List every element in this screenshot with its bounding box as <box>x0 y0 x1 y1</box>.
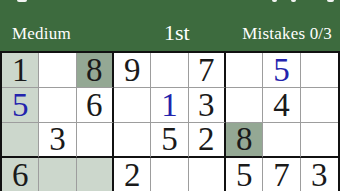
cell-r2c5[interactable]: 1 <box>151 88 188 123</box>
cell-r1c2[interactable] <box>39 53 76 88</box>
cell-r3c8[interactable] <box>263 123 300 158</box>
cell-r1c6[interactable]: 7 <box>189 53 226 88</box>
cropped-glyph-fragment <box>272 0 277 2</box>
cell-r1c3[interactable]: 8 <box>77 53 114 88</box>
cell-r4c4[interactable]: 2 <box>114 158 151 191</box>
cell-r3c2[interactable]: 3 <box>39 123 76 158</box>
sudoku-board: 1897556134352862573 <box>0 51 340 191</box>
cell-r1c7[interactable] <box>226 53 263 88</box>
cell-r1c4[interactable]: 9 <box>114 53 151 88</box>
cell-r2c6[interactable]: 3 <box>189 88 226 123</box>
cropped-glyph-fragment <box>327 0 334 2</box>
cell-r3c1[interactable] <box>2 123 39 158</box>
cell-r4c8[interactable]: 7 <box>263 158 300 191</box>
cell-r3c3[interactable] <box>77 123 114 158</box>
cell-r1c8[interactable]: 5 <box>263 53 300 88</box>
cell-r2c9[interactable] <box>301 88 338 123</box>
game-status-bar: Medium 1st Mistakes 0/3 <box>0 0 340 51</box>
cell-r4c7[interactable]: 5 <box>226 158 263 191</box>
cell-r2c2[interactable] <box>39 88 76 123</box>
cell-r2c8[interactable]: 4 <box>263 88 300 123</box>
cell-r4c2[interactable] <box>39 158 76 191</box>
mistakes-counter: Mistakes 0/3 <box>242 24 332 44</box>
cell-r4c5[interactable] <box>151 158 188 191</box>
cropped-glyph-fragment <box>17 0 27 2</box>
cell-r1c5[interactable] <box>151 53 188 88</box>
cell-r3c7[interactable]: 8 <box>226 123 263 158</box>
cell-r3c5[interactable]: 5 <box>151 123 188 158</box>
cell-r4c1[interactable]: 6 <box>2 158 39 191</box>
sudoku-app-screen: Medium 1st Mistakes 0/3 1897556134352862… <box>0 0 340 191</box>
cell-r4c3[interactable] <box>77 158 114 191</box>
cell-r2c7[interactable] <box>226 88 263 123</box>
cell-r2c1[interactable]: 5 <box>2 88 39 123</box>
cell-r2c3[interactable]: 6 <box>77 88 114 123</box>
difficulty-label[interactable]: Medium <box>12 24 71 44</box>
cell-r1c9[interactable] <box>301 53 338 88</box>
cropped-glyph-fragment <box>291 0 296 2</box>
cell-r3c9[interactable] <box>301 123 338 158</box>
cell-r2c4[interactable] <box>114 88 151 123</box>
cell-r4c6[interactable] <box>189 158 226 191</box>
cell-r3c6[interactable]: 2 <box>189 123 226 158</box>
cell-r4c9[interactable]: 3 <box>301 158 338 191</box>
cell-r3c4[interactable] <box>114 123 151 158</box>
timer-label: 1st <box>164 20 190 46</box>
cell-r1c1[interactable]: 1 <box>2 53 39 88</box>
